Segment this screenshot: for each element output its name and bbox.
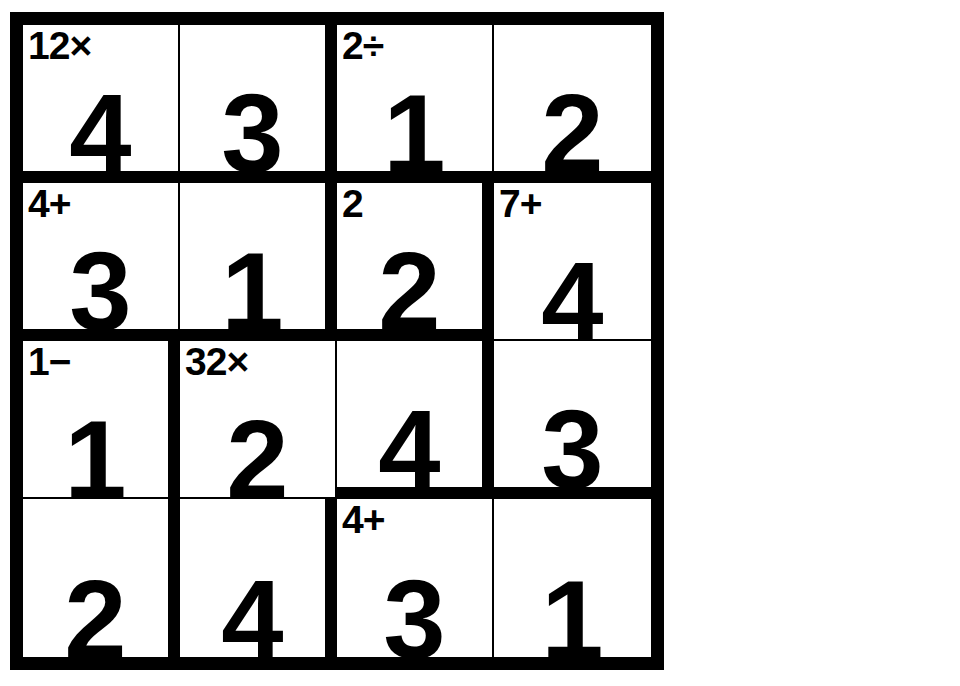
puzzle-cell-r3c4[interactable]: 3 [494, 341, 651, 499]
puzzle-cell-r4c1[interactable]: 2 [23, 499, 180, 657]
puzzle-cell-r1c3[interactable]: 2÷1 [337, 25, 494, 183]
puzzle-cell-r3c1[interactable]: 1−1 [23, 341, 180, 499]
cage-clue: 1− [28, 342, 70, 381]
puzzle-cell-r1c4[interactable]: 2 [494, 25, 651, 183]
puzzle-cell-r4c2[interactable]: 4 [180, 499, 337, 657]
kenken-board: 12×432÷124+31227+41−132×243244+31 [10, 12, 664, 670]
cell-value: 2 [494, 78, 651, 190]
puzzle-cell-r4c4[interactable]: 1 [494, 499, 651, 657]
puzzle-cell-r1c1[interactable]: 12×4 [23, 25, 180, 183]
cell-value: 1 [337, 78, 492, 190]
puzzle-cell-r2c2[interactable]: 1 [180, 183, 337, 341]
puzzle-cell-r2c3[interactable]: 22 [337, 183, 494, 341]
puzzle-cell-r1c2[interactable]: 3 [180, 25, 337, 183]
puzzle-cell-r3c3[interactable]: 4 [337, 341, 494, 499]
cell-value: 3 [23, 236, 178, 348]
cell-value: 3 [180, 78, 325, 190]
cell-value: 4 [180, 564, 325, 676]
puzzle-cell-r2c1[interactable]: 4+3 [23, 183, 180, 341]
cage-clue: 2÷ [342, 26, 383, 65]
cell-value: 3 [494, 394, 651, 506]
puzzle-cell-r3c2[interactable]: 32×2 [180, 341, 337, 499]
cage-clue: 4+ [342, 500, 384, 539]
cell-value: 2 [23, 564, 168, 676]
cage-clue: 7+ [499, 184, 541, 223]
cage-clue: 12× [28, 26, 91, 65]
cell-value: 1 [180, 236, 325, 348]
cell-value: 3 [337, 564, 492, 676]
puzzle-cell-r2c4[interactable]: 7+4 [494, 183, 651, 341]
cage-clue: 2 [342, 184, 363, 223]
cell-value: 4 [23, 78, 178, 190]
cell-value: 2 [337, 236, 482, 348]
cell-value: 4 [337, 394, 482, 506]
cell-value: 1 [494, 564, 651, 676]
cage-clue: 4+ [28, 184, 70, 223]
cage-clue: 32× [185, 342, 248, 381]
kenken-page: 12×432÷124+31227+41−132×243244+31 [0, 0, 960, 686]
puzzle-cell-r4c3[interactable]: 4+3 [337, 499, 494, 657]
